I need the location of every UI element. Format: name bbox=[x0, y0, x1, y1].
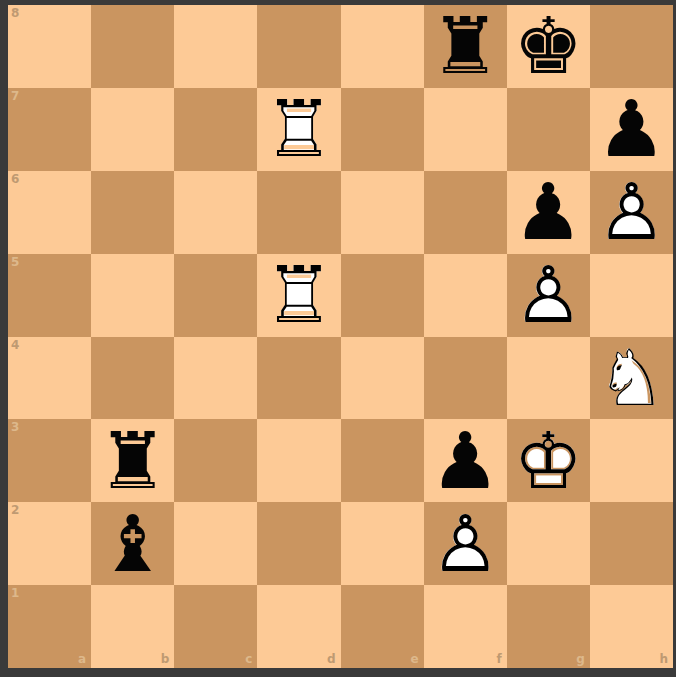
square-c1[interactable]: c bbox=[174, 585, 257, 668]
file-label: e bbox=[410, 653, 418, 665]
black-king-piece: ♚ bbox=[507, 5, 590, 88]
black-rook-piece: ♜ bbox=[91, 419, 174, 502]
rank-label: 4 bbox=[11, 339, 19, 351]
square-g5[interactable]: ♟♙ bbox=[507, 254, 590, 337]
chess-board-frame: 8♜♚7♜♖♟6♟♟♙5♜♖♟♙4♞♘3♜♟♚♔2♝♟♙1abcdefgh bbox=[0, 0, 676, 677]
square-a3[interactable]: 3 bbox=[8, 419, 91, 502]
file-label: b bbox=[161, 653, 170, 665]
pawn-glyph: ♟ bbox=[596, 90, 666, 168]
square-f8[interactable]: ♜ bbox=[424, 5, 507, 88]
square-a5[interactable]: 5 bbox=[8, 254, 91, 337]
black-pawn-piece: ♟ bbox=[590, 88, 673, 171]
rank-label: 3 bbox=[11, 421, 19, 433]
king-glyph: ♚ bbox=[513, 7, 583, 85]
square-e6[interactable] bbox=[341, 171, 424, 254]
square-f3[interactable]: ♟ bbox=[424, 419, 507, 502]
square-d6[interactable] bbox=[257, 171, 340, 254]
square-h1[interactable]: h bbox=[590, 585, 673, 668]
square-f4[interactable] bbox=[424, 337, 507, 420]
square-f7[interactable] bbox=[424, 88, 507, 171]
pawn-glyph-outline: ♙ bbox=[430, 505, 500, 583]
rank-label: 2 bbox=[11, 504, 19, 516]
square-b1[interactable]: b bbox=[91, 585, 174, 668]
white-king-piece: ♚♔ bbox=[507, 419, 590, 502]
square-d8[interactable] bbox=[257, 5, 340, 88]
square-c7[interactable] bbox=[174, 88, 257, 171]
square-c4[interactable] bbox=[174, 337, 257, 420]
square-b4[interactable] bbox=[91, 337, 174, 420]
rank-label: 6 bbox=[11, 173, 19, 185]
black-pawn-piece: ♟ bbox=[507, 171, 590, 254]
rank-label: 8 bbox=[11, 7, 19, 19]
rank-label: 1 bbox=[11, 587, 19, 599]
square-g6[interactable]: ♟ bbox=[507, 171, 590, 254]
square-d2[interactable] bbox=[257, 502, 340, 585]
square-g7[interactable] bbox=[507, 88, 590, 171]
rook-glyph: ♜ bbox=[430, 7, 500, 85]
square-b2[interactable]: ♝ bbox=[91, 502, 174, 585]
square-e2[interactable] bbox=[341, 502, 424, 585]
square-g1[interactable]: g bbox=[507, 585, 590, 668]
rank-label: 5 bbox=[11, 256, 19, 268]
square-b7[interactable] bbox=[91, 88, 174, 171]
square-a1[interactable]: 1a bbox=[8, 585, 91, 668]
square-a6[interactable]: 6 bbox=[8, 171, 91, 254]
square-h3[interactable] bbox=[590, 419, 673, 502]
knight-glyph-outline: ♘ bbox=[596, 339, 666, 417]
white-pawn-piece: ♟♙ bbox=[590, 171, 673, 254]
white-rook-piece: ♜♖ bbox=[257, 88, 340, 171]
square-e7[interactable] bbox=[341, 88, 424, 171]
square-c5[interactable] bbox=[174, 254, 257, 337]
black-rook-piece: ♜ bbox=[424, 5, 507, 88]
square-d1[interactable]: d bbox=[257, 585, 340, 668]
square-h2[interactable] bbox=[590, 502, 673, 585]
rook-glyph-outline: ♖ bbox=[264, 90, 334, 168]
square-d4[interactable] bbox=[257, 337, 340, 420]
white-knight-piece: ♞♘ bbox=[590, 337, 673, 420]
square-e3[interactable] bbox=[341, 419, 424, 502]
square-g4[interactable] bbox=[507, 337, 590, 420]
black-bishop-piece: ♝ bbox=[91, 502, 174, 585]
black-pawn-piece: ♟ bbox=[424, 419, 507, 502]
file-label: h bbox=[659, 653, 668, 665]
square-a4[interactable]: 4 bbox=[8, 337, 91, 420]
square-b6[interactable] bbox=[91, 171, 174, 254]
file-label: a bbox=[78, 653, 86, 665]
square-f5[interactable] bbox=[424, 254, 507, 337]
square-c6[interactable] bbox=[174, 171, 257, 254]
square-b5[interactable] bbox=[91, 254, 174, 337]
rook-glyph: ♜ bbox=[98, 422, 168, 500]
square-e1[interactable]: e bbox=[341, 585, 424, 668]
square-g8[interactable]: ♚ bbox=[507, 5, 590, 88]
white-pawn-piece: ♟♙ bbox=[507, 254, 590, 337]
bishop-glyph: ♝ bbox=[98, 505, 168, 583]
chess-board: 8♜♚7♜♖♟6♟♟♙5♜♖♟♙4♞♘3♜♟♚♔2♝♟♙1abcdefgh bbox=[8, 5, 673, 668]
square-a7[interactable]: 7 bbox=[8, 88, 91, 171]
square-g2[interactable] bbox=[507, 502, 590, 585]
file-label: c bbox=[245, 653, 252, 665]
square-h7[interactable]: ♟ bbox=[590, 88, 673, 171]
pawn-glyph: ♟ bbox=[430, 422, 500, 500]
pawn-glyph: ♟ bbox=[513, 173, 583, 251]
white-pawn-piece: ♟♙ bbox=[424, 502, 507, 585]
file-label: g bbox=[576, 653, 585, 665]
square-h5[interactable] bbox=[590, 254, 673, 337]
square-f1[interactable]: f bbox=[424, 585, 507, 668]
square-e4[interactable] bbox=[341, 337, 424, 420]
square-f2[interactable]: ♟♙ bbox=[424, 502, 507, 585]
rook-glyph-outline: ♖ bbox=[264, 256, 334, 334]
square-a2[interactable]: 2 bbox=[8, 502, 91, 585]
square-b3[interactable]: ♜ bbox=[91, 419, 174, 502]
square-h4[interactable]: ♞♘ bbox=[590, 337, 673, 420]
square-a8[interactable]: 8 bbox=[8, 5, 91, 88]
white-rook-piece: ♜♖ bbox=[257, 254, 340, 337]
square-e5[interactable] bbox=[341, 254, 424, 337]
king-glyph-outline: ♔ bbox=[513, 422, 583, 500]
square-d7[interactable]: ♜♖ bbox=[257, 88, 340, 171]
square-h8[interactable] bbox=[590, 5, 673, 88]
rank-label: 7 bbox=[11, 90, 19, 102]
square-e8[interactable] bbox=[341, 5, 424, 88]
square-c3[interactable] bbox=[174, 419, 257, 502]
square-g3[interactable]: ♚♔ bbox=[507, 419, 590, 502]
square-d5[interactable]: ♜♖ bbox=[257, 254, 340, 337]
square-h6[interactable]: ♟♙ bbox=[590, 171, 673, 254]
square-c8[interactable] bbox=[174, 5, 257, 88]
square-b8[interactable] bbox=[91, 5, 174, 88]
square-c2[interactable] bbox=[174, 502, 257, 585]
square-f6[interactable] bbox=[424, 171, 507, 254]
file-label: f bbox=[497, 653, 502, 665]
pawn-glyph-outline: ♙ bbox=[513, 256, 583, 334]
pawn-glyph-outline: ♙ bbox=[596, 173, 666, 251]
file-label: d bbox=[327, 653, 336, 665]
square-d3[interactable] bbox=[257, 419, 340, 502]
